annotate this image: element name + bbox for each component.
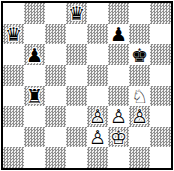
white-pawn-piece: ♙	[110, 106, 127, 126]
square-c2[interactable]	[45, 127, 66, 148]
square-e8[interactable]	[87, 3, 108, 24]
white-knight-piece: ♘	[131, 86, 148, 106]
square-c1[interactable]	[45, 147, 66, 168]
square-h7[interactable]	[150, 24, 171, 45]
square-h4[interactable]	[150, 86, 171, 107]
square-e7[interactable]	[87, 24, 108, 45]
square-d7[interactable]	[66, 24, 87, 45]
white-pawn-piece: ♙	[89, 127, 106, 147]
square-c7[interactable]	[45, 24, 66, 45]
square-e5[interactable]	[87, 65, 108, 86]
black-rook-piece: ♜	[26, 86, 43, 106]
white-pawn-piece: ♙	[89, 106, 106, 126]
square-b3[interactable]	[24, 106, 45, 127]
square-f5[interactable]	[108, 65, 129, 86]
square-c4[interactable]	[45, 86, 66, 107]
square-b8[interactable]	[24, 3, 45, 24]
square-d8[interactable]: ♛	[66, 3, 87, 24]
square-a8[interactable]	[3, 3, 24, 24]
black-queen-piece: ♛	[5, 24, 22, 44]
square-d6[interactable]	[66, 44, 87, 65]
square-f4[interactable]	[108, 86, 129, 107]
square-a5[interactable]	[3, 65, 24, 86]
square-g6[interactable]: ♚	[129, 44, 150, 65]
square-c3[interactable]	[45, 106, 66, 127]
square-g8[interactable]	[129, 3, 150, 24]
square-g3[interactable]: ♙	[129, 106, 150, 127]
square-d1[interactable]	[66, 147, 87, 168]
square-f2[interactable]: ♔	[108, 127, 129, 148]
square-d3[interactable]	[66, 106, 87, 127]
square-a2[interactable]	[3, 127, 24, 148]
square-a1[interactable]	[3, 147, 24, 168]
square-b5[interactable]	[24, 65, 45, 86]
square-g1[interactable]	[129, 147, 150, 168]
square-c5[interactable]	[45, 65, 66, 86]
chess-diagram: ♛♛♟♟♚♜♘♙♙♙♙♔	[0, 0, 174, 171]
white-pawn-piece: ♙	[131, 106, 148, 126]
square-h3[interactable]	[150, 106, 171, 127]
square-b4[interactable]: ♜	[24, 86, 45, 107]
square-h8[interactable]	[150, 3, 171, 24]
square-h2[interactable]	[150, 127, 171, 148]
square-b6[interactable]: ♟	[24, 44, 45, 65]
black-queen-piece: ♛	[68, 3, 85, 23]
square-e1[interactable]	[87, 147, 108, 168]
square-g2[interactable]	[129, 127, 150, 148]
square-c8[interactable]	[45, 3, 66, 24]
square-g7[interactable]	[129, 24, 150, 45]
square-b1[interactable]	[24, 147, 45, 168]
square-c6[interactable]	[45, 44, 66, 65]
square-f6[interactable]	[108, 44, 129, 65]
square-e4[interactable]	[87, 86, 108, 107]
square-f8[interactable]	[108, 3, 129, 24]
square-h1[interactable]	[150, 147, 171, 168]
square-a4[interactable]	[3, 86, 24, 107]
square-e2[interactable]: ♙	[87, 127, 108, 148]
square-f1[interactable]	[108, 147, 129, 168]
square-b2[interactable]	[24, 127, 45, 148]
black-king-piece: ♚	[131, 45, 148, 65]
square-b7[interactable]	[24, 24, 45, 45]
square-f3[interactable]: ♙	[108, 106, 129, 127]
square-a3[interactable]	[3, 106, 24, 127]
square-h6[interactable]	[150, 44, 171, 65]
square-g4[interactable]: ♘	[129, 86, 150, 107]
chess-board: ♛♛♟♟♚♜♘♙♙♙♙♔	[1, 1, 173, 170]
black-pawn-piece: ♟	[110, 24, 127, 44]
square-d4[interactable]	[66, 86, 87, 107]
square-d5[interactable]	[66, 65, 87, 86]
square-a7[interactable]: ♛	[3, 24, 24, 45]
white-king-piece: ♔	[110, 127, 127, 147]
square-d2[interactable]	[66, 127, 87, 148]
black-pawn-piece: ♟	[26, 45, 43, 65]
square-e6[interactable]	[87, 44, 108, 65]
square-f7[interactable]: ♟	[108, 24, 129, 45]
square-h5[interactable]	[150, 65, 171, 86]
square-e3[interactable]: ♙	[87, 106, 108, 127]
square-g5[interactable]	[129, 65, 150, 86]
square-a6[interactable]	[3, 44, 24, 65]
